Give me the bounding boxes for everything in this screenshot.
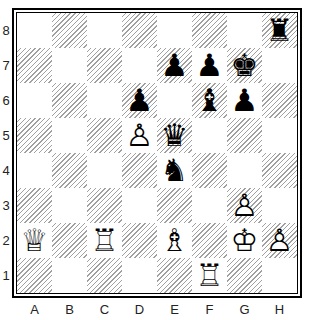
square-g1 <box>227 258 262 293</box>
file-label-g: G <box>227 300 262 318</box>
square-c8 <box>87 13 122 48</box>
square-f5 <box>192 118 227 153</box>
rank-label-6: 6 <box>0 83 12 118</box>
black-pawn: ♟ <box>157 48 192 83</box>
white-rook: ♜♖ <box>87 223 122 258</box>
black-pawn: ♟ <box>192 48 227 83</box>
file-label-e: E <box>157 300 192 318</box>
square-b6 <box>52 83 87 118</box>
black-knight: ♞ <box>157 153 192 188</box>
square-g6: ♟ <box>227 83 262 118</box>
square-d2 <box>122 223 157 258</box>
white-pawn: ♟♙ <box>227 188 262 223</box>
rank-label-3: 3 <box>0 188 12 223</box>
white-rook: ♜♖ <box>192 258 227 293</box>
chess-diagram: 87654321 ♜♟♟♚♟♝♟♟♙♛♞♟♙♛♕♜♖♝♗♚♔♟♙♜♖ ABCDE… <box>0 0 314 320</box>
square-d6: ♟ <box>122 83 157 118</box>
square-h2: ♟♙ <box>262 223 297 258</box>
square-b3 <box>52 188 87 223</box>
square-b4 <box>52 153 87 188</box>
rank-label-1: 1 <box>0 258 12 293</box>
file-label-d: D <box>122 300 157 318</box>
square-a6 <box>17 83 52 118</box>
file-labels: ABCDEFGH <box>17 300 297 318</box>
square-d8 <box>122 13 157 48</box>
square-a5 <box>17 118 52 153</box>
square-e6 <box>157 83 192 118</box>
chess-board: ♜♟♟♚♟♝♟♟♙♛♞♟♙♛♕♜♖♝♗♚♔♟♙♜♖ <box>17 13 297 293</box>
square-g2: ♚♔ <box>227 223 262 258</box>
square-c4 <box>87 153 122 188</box>
square-d7 <box>122 48 157 83</box>
square-f7: ♟ <box>192 48 227 83</box>
square-c2: ♜♖ <box>87 223 122 258</box>
black-rook: ♜ <box>262 13 297 48</box>
square-a7 <box>17 48 52 83</box>
square-h4 <box>262 153 297 188</box>
square-h6 <box>262 83 297 118</box>
square-f8 <box>192 13 227 48</box>
square-e3 <box>157 188 192 223</box>
square-h5 <box>262 118 297 153</box>
square-c3 <box>87 188 122 223</box>
square-g5 <box>227 118 262 153</box>
square-g7: ♚ <box>227 48 262 83</box>
rank-label-2: 2 <box>0 223 12 258</box>
square-d1 <box>122 258 157 293</box>
square-e2: ♝♗ <box>157 223 192 258</box>
square-h3 <box>262 188 297 223</box>
rank-label-5: 5 <box>0 118 12 153</box>
file-label-f: F <box>192 300 227 318</box>
square-g3: ♟♙ <box>227 188 262 223</box>
square-d3 <box>122 188 157 223</box>
square-b8 <box>52 13 87 48</box>
board-frame: ♜♟♟♚♟♝♟♟♙♛♞♟♙♛♕♜♖♝♗♚♔♟♙♜♖ <box>12 8 302 298</box>
black-queen: ♛ <box>157 118 192 153</box>
file-label-b: B <box>52 300 87 318</box>
board-inner-frame: ♜♟♟♚♟♝♟♟♙♛♞♟♙♛♕♜♖♝♗♚♔♟♙♜♖ <box>16 12 298 294</box>
white-queen: ♛♕ <box>17 223 52 258</box>
square-f2 <box>192 223 227 258</box>
square-c5 <box>87 118 122 153</box>
white-pawn: ♟♙ <box>262 223 297 258</box>
square-e8 <box>157 13 192 48</box>
black-king: ♚ <box>227 48 262 83</box>
square-b1 <box>52 258 87 293</box>
square-a3 <box>17 188 52 223</box>
square-a1 <box>17 258 52 293</box>
square-g4 <box>227 153 262 188</box>
square-e4: ♞ <box>157 153 192 188</box>
square-g8 <box>227 13 262 48</box>
square-b5 <box>52 118 87 153</box>
square-e5: ♛ <box>157 118 192 153</box>
square-f4 <box>192 153 227 188</box>
white-king: ♚♔ <box>227 223 262 258</box>
square-f1: ♜♖ <box>192 258 227 293</box>
white-bishop: ♝♗ <box>157 223 192 258</box>
square-b2 <box>52 223 87 258</box>
black-bishop: ♝ <box>192 83 227 118</box>
square-h8: ♜ <box>262 13 297 48</box>
rank-label-7: 7 <box>0 48 12 83</box>
rank-label-8: 8 <box>0 13 12 48</box>
file-label-c: C <box>87 300 122 318</box>
file-label-h: H <box>262 300 297 318</box>
rank-labels: 87654321 <box>0 13 12 293</box>
file-label-a: A <box>17 300 52 318</box>
white-pawn: ♟♙ <box>122 118 157 153</box>
square-h7 <box>262 48 297 83</box>
square-a8 <box>17 13 52 48</box>
black-pawn: ♟ <box>227 83 262 118</box>
square-c7 <box>87 48 122 83</box>
square-a2: ♛♕ <box>17 223 52 258</box>
black-pawn: ♟ <box>122 83 157 118</box>
square-f3 <box>192 188 227 223</box>
square-e1 <box>157 258 192 293</box>
square-e7: ♟ <box>157 48 192 83</box>
square-c1 <box>87 258 122 293</box>
square-c6 <box>87 83 122 118</box>
square-d4 <box>122 153 157 188</box>
square-a4 <box>17 153 52 188</box>
square-b7 <box>52 48 87 83</box>
square-d5: ♟♙ <box>122 118 157 153</box>
square-f6: ♝ <box>192 83 227 118</box>
rank-label-4: 4 <box>0 153 12 188</box>
square-h1 <box>262 258 297 293</box>
